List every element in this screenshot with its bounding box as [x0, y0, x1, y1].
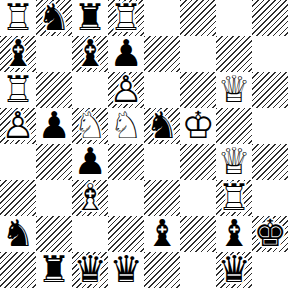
piece-outline-layer: ♖: [108, 0, 144, 36]
piece-glyph: ♞: [0, 216, 36, 252]
square-b5[interactable]: ♟: [36, 108, 72, 144]
piece-glyph: ♚: [252, 216, 288, 252]
piece-glyph: ♛: [108, 252, 144, 288]
white-knight: ♞♘: [108, 108, 144, 144]
square-b4[interactable]: [36, 144, 72, 180]
square-e1[interactable]: [144, 252, 180, 288]
white-rook: ♜♖: [216, 180, 252, 216]
piece-fill-layer: ♟: [0, 108, 36, 144]
piece-fill-layer: ♜: [108, 0, 144, 36]
square-e2[interactable]: ♝: [144, 216, 180, 252]
square-h8[interactable]: [252, 0, 288, 36]
black-knight: ♞: [144, 108, 180, 144]
piece-glyph: ♜: [36, 252, 72, 288]
square-h7[interactable]: [252, 36, 288, 72]
square-a1[interactable]: [0, 252, 36, 288]
black-rook: ♜: [36, 252, 72, 288]
square-a4[interactable]: [0, 144, 36, 180]
square-e3[interactable]: [144, 180, 180, 216]
square-c3[interactable]: ♝♗: [72, 180, 108, 216]
white-rook: ♜♖: [0, 72, 36, 108]
square-f1[interactable]: [180, 252, 216, 288]
square-g5[interactable]: [216, 108, 252, 144]
square-f5[interactable]: ♚♔: [180, 108, 216, 144]
black-bishop: ♝: [216, 216, 252, 252]
square-h3[interactable]: [252, 180, 288, 216]
piece-glyph: ♝: [72, 36, 108, 72]
square-e7[interactable]: [144, 36, 180, 72]
piece-glyph: ♝: [144, 216, 180, 252]
black-knight: ♞: [0, 216, 36, 252]
piece-fill-layer: ♜: [0, 0, 36, 36]
square-a8[interactable]: ♜♖: [0, 0, 36, 36]
square-c7[interactable]: ♝: [72, 36, 108, 72]
black-king: ♚: [252, 216, 288, 252]
square-g8[interactable]: [216, 0, 252, 36]
white-knight: ♞♘: [72, 108, 108, 144]
square-h4[interactable]: [252, 144, 288, 180]
square-b1[interactable]: ♜: [36, 252, 72, 288]
white-king: ♚♔: [180, 108, 216, 144]
piece-fill-layer: ♚: [180, 108, 216, 144]
black-queen: ♛: [108, 252, 144, 288]
piece-outline-layer: ♘: [72, 108, 108, 144]
white-bishop: ♝♗: [72, 180, 108, 216]
piece-outline-layer: ♙: [108, 72, 144, 108]
piece-fill-layer: ♜: [0, 72, 36, 108]
square-d4[interactable]: [108, 144, 144, 180]
square-g3[interactable]: ♜♖: [216, 180, 252, 216]
square-c5[interactable]: ♞♘: [72, 108, 108, 144]
square-c1[interactable]: ♛: [72, 252, 108, 288]
square-b7[interactable]: [36, 36, 72, 72]
piece-glyph: ♟: [72, 144, 108, 180]
piece-outline-layer: ♖: [216, 180, 252, 216]
square-d1[interactable]: ♛: [108, 252, 144, 288]
square-f4[interactable]: [180, 144, 216, 180]
square-d2[interactable]: [108, 216, 144, 252]
piece-outline-layer: ♔: [180, 108, 216, 144]
square-g1[interactable]: ♛: [216, 252, 252, 288]
black-bishop: ♝: [72, 36, 108, 72]
piece-glyph: ♝: [216, 216, 252, 252]
black-pawn: ♟: [36, 108, 72, 144]
square-f6[interactable]: [180, 72, 216, 108]
square-c8[interactable]: ♜: [72, 0, 108, 36]
square-h2[interactable]: ♚: [252, 216, 288, 252]
square-a7[interactable]: ♝: [0, 36, 36, 72]
piece-glyph: ♛: [216, 252, 252, 288]
square-e8[interactable]: [144, 0, 180, 36]
square-b8[interactable]: ♞: [36, 0, 72, 36]
square-f3[interactable]: [180, 180, 216, 216]
square-e4[interactable]: [144, 144, 180, 180]
white-queen: ♛♕: [216, 144, 252, 180]
square-d5[interactable]: ♞♘: [108, 108, 144, 144]
black-bishop: ♝: [0, 36, 36, 72]
white-pawn: ♟♙: [0, 108, 36, 144]
piece-fill-layer: ♞: [108, 108, 144, 144]
piece-outline-layer: ♖: [0, 0, 36, 36]
black-pawn: ♟: [72, 144, 108, 180]
square-f2[interactable]: [180, 216, 216, 252]
white-rook: ♜♖: [0, 0, 36, 36]
piece-outline-layer: ♗: [72, 180, 108, 216]
square-d7[interactable]: ♟: [108, 36, 144, 72]
square-d8[interactable]: ♜♖: [108, 0, 144, 36]
square-c4[interactable]: ♟: [72, 144, 108, 180]
piece-glyph: ♞: [144, 108, 180, 144]
piece-fill-layer: ♛: [216, 144, 252, 180]
black-bishop: ♝: [144, 216, 180, 252]
square-g7[interactable]: [216, 36, 252, 72]
square-h6[interactable]: [252, 72, 288, 108]
piece-glyph: ♟: [108, 36, 144, 72]
square-a5[interactable]: ♟♙: [0, 108, 36, 144]
piece-fill-layer: ♛: [216, 72, 252, 108]
square-g4[interactable]: ♛♕: [216, 144, 252, 180]
square-a6[interactable]: ♜♖: [0, 72, 36, 108]
piece-fill-layer: ♜: [216, 180, 252, 216]
square-g2[interactable]: ♝: [216, 216, 252, 252]
piece-glyph: ♝: [0, 36, 36, 72]
piece-outline-layer: ♘: [108, 108, 144, 144]
piece-glyph: ♛: [72, 252, 108, 288]
square-a2[interactable]: ♞: [0, 216, 36, 252]
black-queen: ♛: [216, 252, 252, 288]
square-d6[interactable]: ♟♙: [108, 72, 144, 108]
square-h5[interactable]: [252, 108, 288, 144]
piece-fill-layer: ♞: [72, 108, 108, 144]
piece-outline-layer: ♙: [0, 108, 36, 144]
square-b2[interactable]: [36, 216, 72, 252]
black-rook: ♜: [72, 0, 108, 36]
black-pawn: ♟: [108, 36, 144, 72]
square-d3[interactable]: [108, 180, 144, 216]
piece-fill-layer: ♟: [108, 72, 144, 108]
black-queen: ♛: [72, 252, 108, 288]
chess-board: ♜♖♞♜♜♖♝♝♟♜♖♟♙♛♕♟♙♟♞♘♞♘♞♚♔♟♛♕♝♗♜♖♞♝♝♚♜♛♛♛: [0, 0, 288, 288]
black-knight: ♞: [36, 0, 72, 36]
square-h1[interactable]: [252, 252, 288, 288]
piece-glyph: ♜: [72, 0, 108, 36]
white-pawn: ♟♙: [108, 72, 144, 108]
piece-outline-layer: ♕: [216, 72, 252, 108]
square-e5[interactable]: ♞: [144, 108, 180, 144]
square-f7[interactable]: [180, 36, 216, 72]
square-b6[interactable]: [36, 72, 72, 108]
piece-fill-layer: ♝: [72, 180, 108, 216]
square-e6[interactable]: [144, 72, 180, 108]
square-c2[interactable]: [72, 216, 108, 252]
piece-glyph: ♞: [36, 0, 72, 36]
piece-glyph: ♟: [36, 108, 72, 144]
square-b3[interactable]: [36, 180, 72, 216]
white-queen: ♛♕: [216, 72, 252, 108]
piece-outline-layer: ♕: [216, 144, 252, 180]
square-f8[interactable]: [180, 0, 216, 36]
square-a3[interactable]: [0, 180, 36, 216]
square-g6[interactable]: ♛♕: [216, 72, 252, 108]
square-c6[interactable]: [72, 72, 108, 108]
piece-outline-layer: ♖: [0, 72, 36, 108]
white-rook: ♜♖: [108, 0, 144, 36]
